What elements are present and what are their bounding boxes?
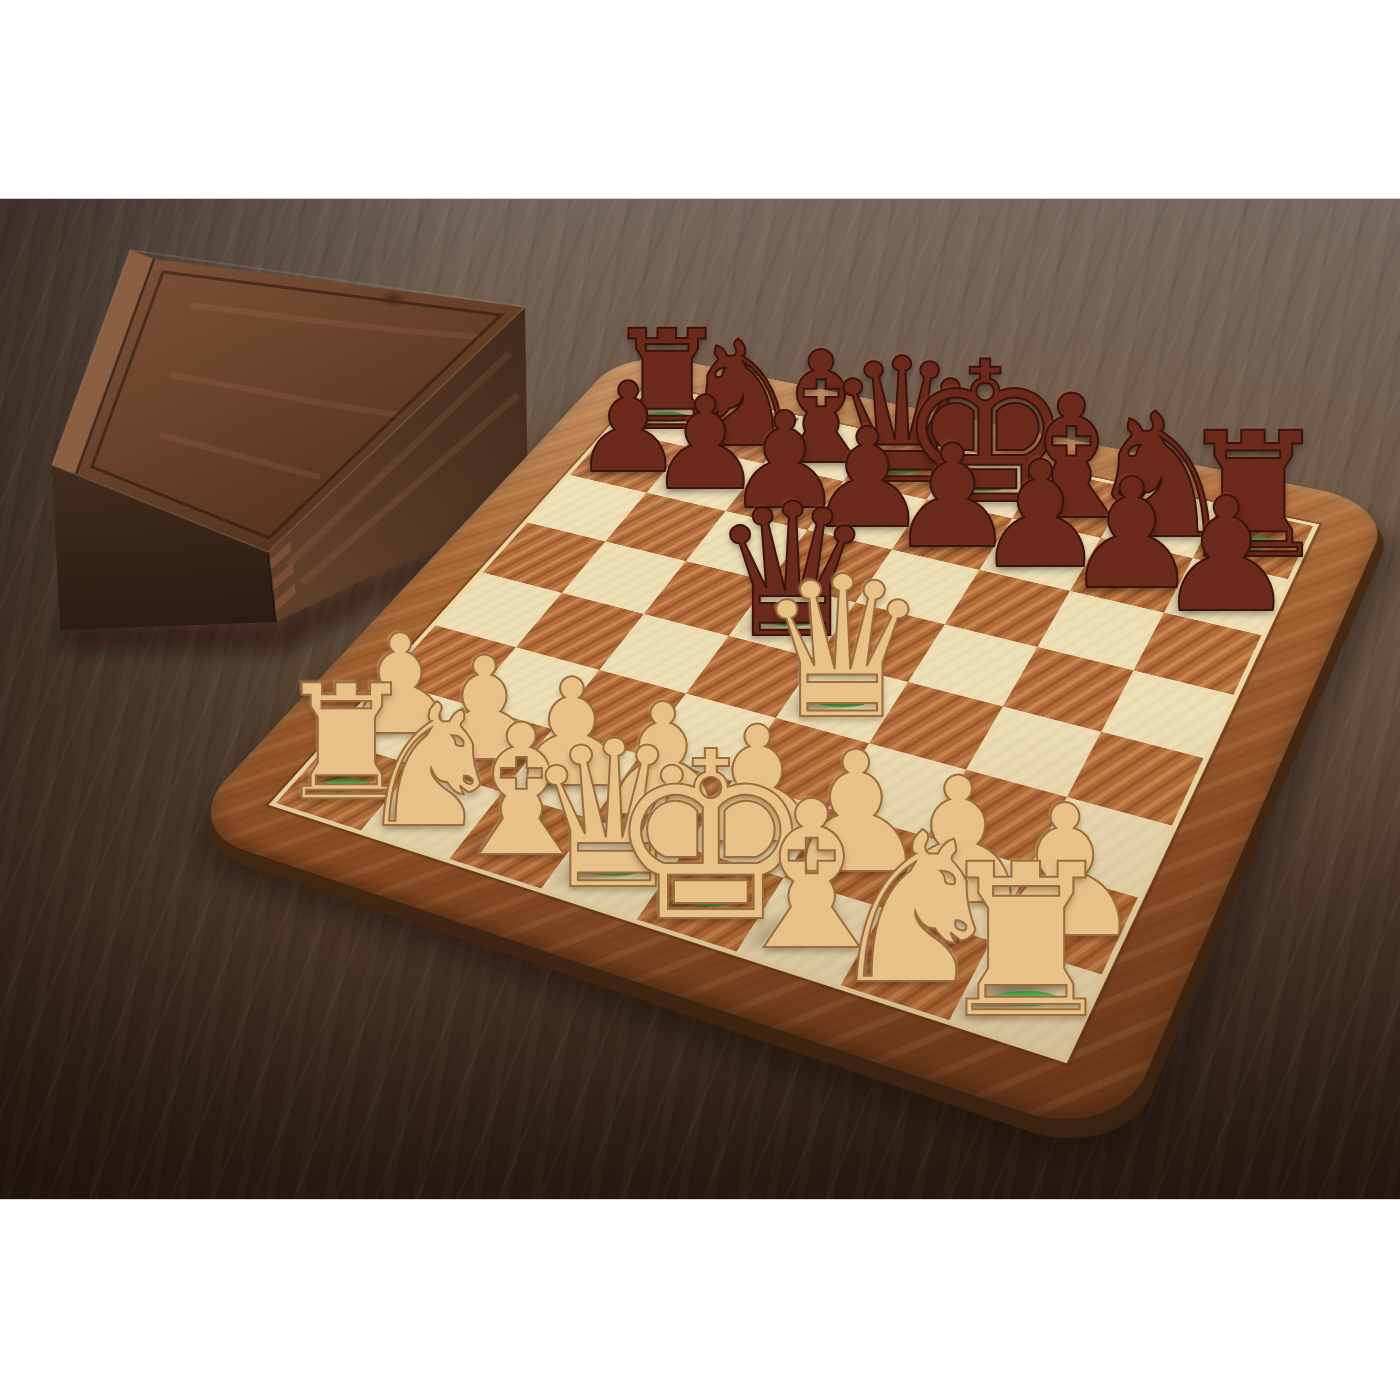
white-background-band-bottom [0,1199,1400,1400]
chess-set-product-photo: ♜♞♝♛♚♝♞♜♟♟♟♟♟♟♟♟♛♛♟♟♟♟♟♟♟♟♜♞♝♛♚♝♞♜ [0,0,1400,1400]
white-background-band-top [0,0,1400,199]
box-thumb-recess [379,290,407,308]
